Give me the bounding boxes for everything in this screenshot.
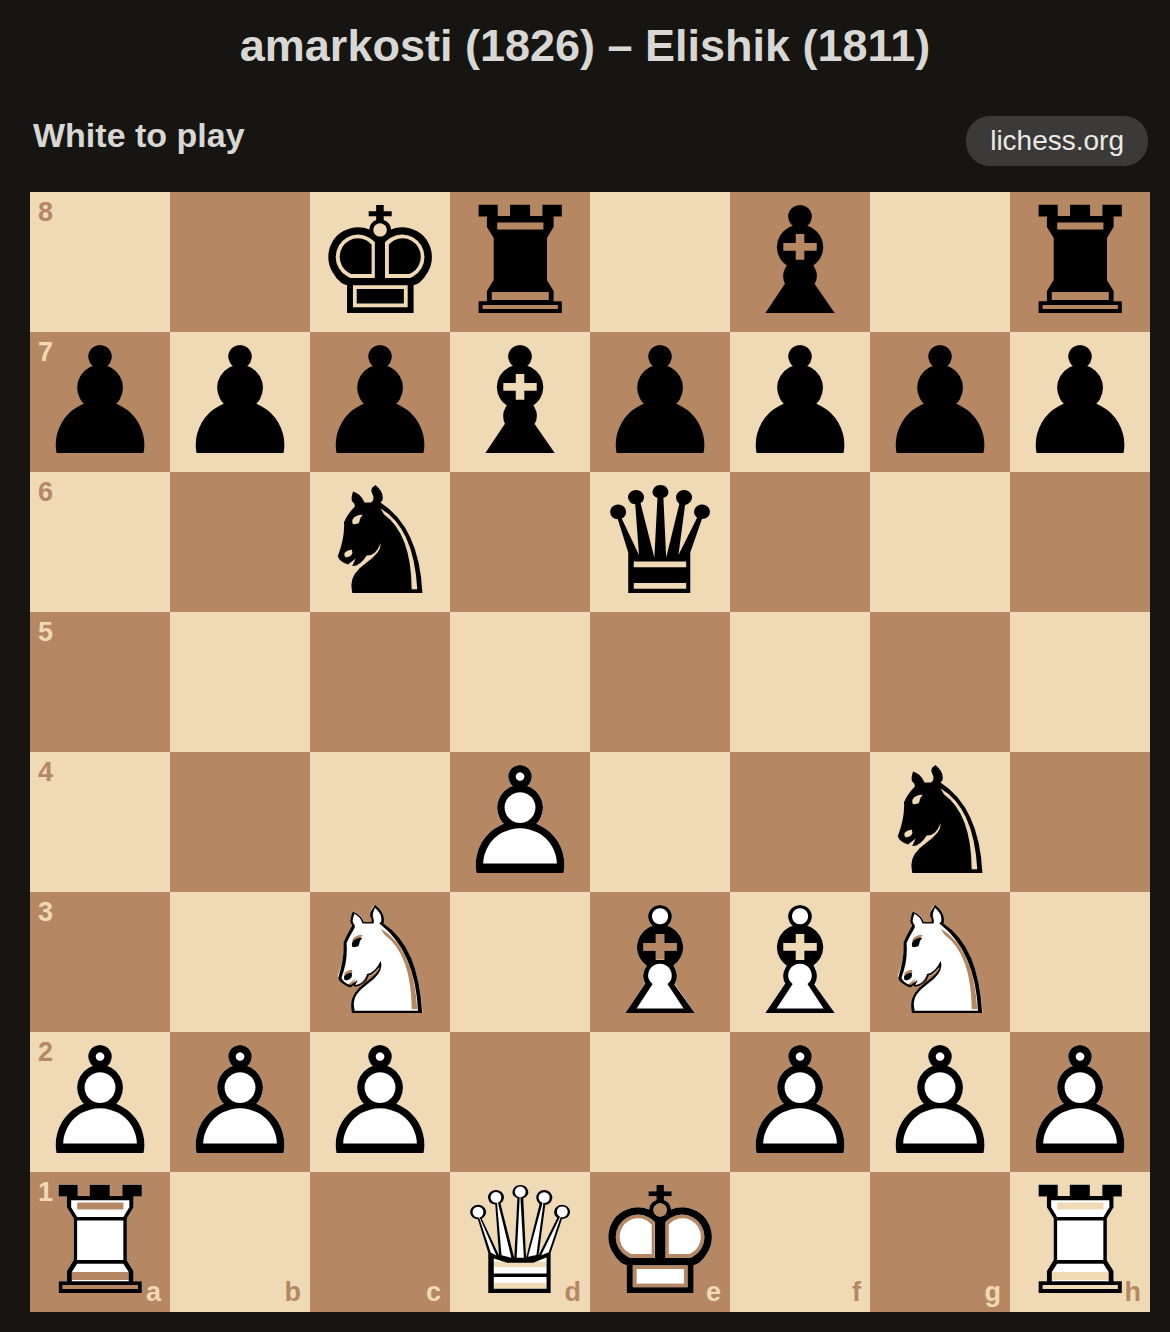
square-a5[interactable]: 5 xyxy=(30,612,170,752)
square-e6[interactable]: ♛ xyxy=(590,472,730,612)
white-knight-g3[interactable]: ♞♘ xyxy=(870,892,1010,1032)
square-b4[interactable] xyxy=(170,752,310,892)
square-c1[interactable]: c xyxy=(310,1172,450,1312)
white-piece-outline: ♙ xyxy=(734,1032,867,1172)
square-h5[interactable] xyxy=(1010,612,1150,752)
white-pawn-c2[interactable]: ♟♙ xyxy=(310,1032,450,1172)
square-d2[interactable] xyxy=(450,1032,590,1172)
square-a4[interactable]: 4 xyxy=(30,752,170,892)
square-d4[interactable]: ♟♙ xyxy=(450,752,590,892)
black-piece-body: ♟ xyxy=(874,332,1007,472)
square-e3[interactable]: ♝♗ xyxy=(590,892,730,1032)
square-h1[interactable]: h♜♖ xyxy=(1010,1172,1150,1312)
black-piece-body: ♟ xyxy=(34,332,167,472)
lichess-badge[interactable]: lichess.org xyxy=(966,116,1148,166)
square-d3[interactable] xyxy=(450,892,590,1032)
square-e2[interactable] xyxy=(590,1032,730,1172)
game-title: amarkosti (1826) – Elishik (1811) xyxy=(0,20,1170,72)
square-h2[interactable]: ♟♙ xyxy=(1010,1032,1150,1172)
black-pawn-e7[interactable]: ♟ xyxy=(590,332,730,472)
black-bishop-f8[interactable]: ♝ xyxy=(730,192,870,332)
white-piece-outline: ♖ xyxy=(34,1172,167,1312)
square-b6[interactable] xyxy=(170,472,310,612)
white-king-e1[interactable]: ♚♔ xyxy=(590,1172,730,1312)
white-piece-outline: ♔ xyxy=(594,1172,727,1312)
square-f3[interactable]: ♝♗ xyxy=(730,892,870,1032)
white-piece-outline: ♙ xyxy=(314,1032,447,1172)
rank-label-3: 3 xyxy=(38,897,53,928)
square-h7[interactable]: ♟ xyxy=(1010,332,1150,472)
square-d7[interactable]: ♝ xyxy=(450,332,590,472)
black-pawn-c7[interactable]: ♟ xyxy=(310,332,450,472)
black-piece-body: ♞ xyxy=(874,752,1007,892)
square-f8[interactable]: ♝ xyxy=(730,192,870,332)
white-piece-outline: ♗ xyxy=(594,892,727,1032)
white-piece-outline: ♗ xyxy=(734,892,867,1032)
square-b3[interactable] xyxy=(170,892,310,1032)
square-f2[interactable]: ♟♙ xyxy=(730,1032,870,1172)
square-d6[interactable] xyxy=(450,472,590,612)
square-a1[interactable]: 1a♜♖ xyxy=(30,1172,170,1312)
file-label-c: c xyxy=(426,1277,441,1308)
black-pawn-h7[interactable]: ♟ xyxy=(1010,332,1150,472)
black-knight-g4[interactable]: ♞ xyxy=(870,752,1010,892)
white-piece-outline: ♙ xyxy=(1014,1032,1147,1172)
black-bishop-d7[interactable]: ♝ xyxy=(450,332,590,472)
white-pawn-g2[interactable]: ♟♙ xyxy=(870,1032,1010,1172)
black-queen-e6[interactable]: ♛ xyxy=(590,472,730,612)
black-rook-h8[interactable]: ♜ xyxy=(1010,192,1150,332)
square-e5[interactable] xyxy=(590,612,730,752)
square-a6[interactable]: 6 xyxy=(30,472,170,612)
square-b5[interactable] xyxy=(170,612,310,752)
square-e7[interactable]: ♟ xyxy=(590,332,730,472)
rank-label-5: 5 xyxy=(38,617,53,648)
square-g1[interactable]: g xyxy=(870,1172,1010,1312)
file-label-b: b xyxy=(285,1277,302,1308)
white-knight-c3[interactable]: ♞♘ xyxy=(310,892,450,1032)
rank-label-4: 4 xyxy=(38,757,53,788)
square-c7[interactable]: ♟ xyxy=(310,332,450,472)
square-h8[interactable]: ♜ xyxy=(1010,192,1150,332)
square-b8[interactable] xyxy=(170,192,310,332)
square-b7[interactable]: ♟ xyxy=(170,332,310,472)
white-pawn-d4[interactable]: ♟♙ xyxy=(450,752,590,892)
square-b1[interactable]: b xyxy=(170,1172,310,1312)
black-piece-body: ♝ xyxy=(734,192,867,332)
square-h3[interactable] xyxy=(1010,892,1150,1032)
black-piece-body: ♞ xyxy=(314,472,447,612)
black-pawn-g7[interactable]: ♟ xyxy=(870,332,1010,472)
black-pawn-b7[interactable]: ♟ xyxy=(170,332,310,472)
white-piece-outline: ♖ xyxy=(1014,1172,1147,1312)
white-piece-outline: ♘ xyxy=(874,892,1007,1032)
white-pawn-b2[interactable]: ♟♙ xyxy=(170,1032,310,1172)
white-bishop-e3[interactable]: ♝♗ xyxy=(590,892,730,1032)
square-c8[interactable]: ♚ xyxy=(310,192,450,332)
black-pawn-a7[interactable]: ♟ xyxy=(30,332,170,472)
black-piece-body: ♟ xyxy=(174,332,307,472)
black-pawn-f7[interactable]: ♟ xyxy=(730,332,870,472)
black-piece-body: ♜ xyxy=(1014,192,1147,332)
square-g4[interactable]: ♞ xyxy=(870,752,1010,892)
square-g5[interactable] xyxy=(870,612,1010,752)
square-c6[interactable]: ♞ xyxy=(310,472,450,612)
square-a2[interactable]: 2♟♙ xyxy=(30,1032,170,1172)
rank-label-8: 8 xyxy=(38,197,53,228)
black-piece-body: ♚ xyxy=(314,192,447,332)
square-d8[interactable]: ♜ xyxy=(450,192,590,332)
square-g2[interactable]: ♟♙ xyxy=(870,1032,1010,1172)
black-piece-body: ♟ xyxy=(734,332,867,472)
black-piece-body: ♝ xyxy=(454,332,587,472)
square-f7[interactable]: ♟ xyxy=(730,332,870,472)
status-text: White to play xyxy=(33,116,245,155)
square-g6[interactable] xyxy=(870,472,1010,612)
square-h4[interactable] xyxy=(1010,752,1150,892)
white-pawn-a2[interactable]: ♟♙ xyxy=(30,1032,170,1172)
square-h6[interactable] xyxy=(1010,472,1150,612)
black-rook-d8[interactable]: ♜ xyxy=(450,192,590,332)
square-c3[interactable]: ♞♘ xyxy=(310,892,450,1032)
square-f1[interactable]: f xyxy=(730,1172,870,1312)
square-g8[interactable] xyxy=(870,192,1010,332)
white-piece-outline: ♙ xyxy=(874,1032,1007,1172)
file-label-g: g xyxy=(985,1277,1002,1308)
white-piece-outline: ♙ xyxy=(454,752,587,892)
black-piece-body: ♛ xyxy=(594,472,727,612)
square-b2[interactable]: ♟♙ xyxy=(170,1032,310,1172)
white-queen-d1[interactable]: ♛♕ xyxy=(450,1172,590,1312)
black-piece-body: ♜ xyxy=(454,192,587,332)
chess-board: 8♚♜♝♜7♟♟♟♝♟♟♟♟6♞♛54♟♙♞3♞♘♝♗♝♗♞♘2♟♙♟♙♟♙♟♙… xyxy=(30,192,1150,1312)
white-pawn-h2[interactable]: ♟♙ xyxy=(1010,1032,1150,1172)
square-d1[interactable]: d♛♕ xyxy=(450,1172,590,1312)
square-e8[interactable] xyxy=(590,192,730,332)
white-pawn-f2[interactable]: ♟♙ xyxy=(730,1032,870,1172)
white-piece-outline: ♙ xyxy=(174,1032,307,1172)
square-a8[interactable]: 8 xyxy=(30,192,170,332)
square-f5[interactable] xyxy=(730,612,870,752)
white-bishop-f3[interactable]: ♝♗ xyxy=(730,892,870,1032)
square-a3[interactable]: 3 xyxy=(30,892,170,1032)
black-knight-c6[interactable]: ♞ xyxy=(310,472,450,612)
square-g7[interactable]: ♟ xyxy=(870,332,1010,472)
square-c5[interactable] xyxy=(310,612,450,752)
square-f4[interactable] xyxy=(730,752,870,892)
file-label-f: f xyxy=(852,1277,861,1308)
rank-label-6: 6 xyxy=(38,477,53,508)
white-rook-a1[interactable]: ♜♖ xyxy=(30,1172,170,1312)
white-piece-outline: ♘ xyxy=(314,892,447,1032)
square-g3[interactable]: ♞♘ xyxy=(870,892,1010,1032)
square-e4[interactable] xyxy=(590,752,730,892)
black-piece-body: ♟ xyxy=(314,332,447,472)
square-c2[interactable]: ♟♙ xyxy=(310,1032,450,1172)
white-piece-outline: ♙ xyxy=(34,1032,167,1172)
black-king-c8[interactable]: ♚ xyxy=(310,192,450,332)
square-c4[interactable] xyxy=(310,752,450,892)
square-f6[interactable] xyxy=(730,472,870,612)
square-e1[interactable]: e♚♔ xyxy=(590,1172,730,1312)
black-piece-body: ♟ xyxy=(594,332,727,472)
white-rook-h1[interactable]: ♜♖ xyxy=(1010,1172,1150,1312)
black-piece-body: ♟ xyxy=(1014,332,1147,472)
square-d5[interactable] xyxy=(450,612,590,752)
square-a7[interactable]: 7♟ xyxy=(30,332,170,472)
white-piece-outline: ♕ xyxy=(454,1172,587,1312)
